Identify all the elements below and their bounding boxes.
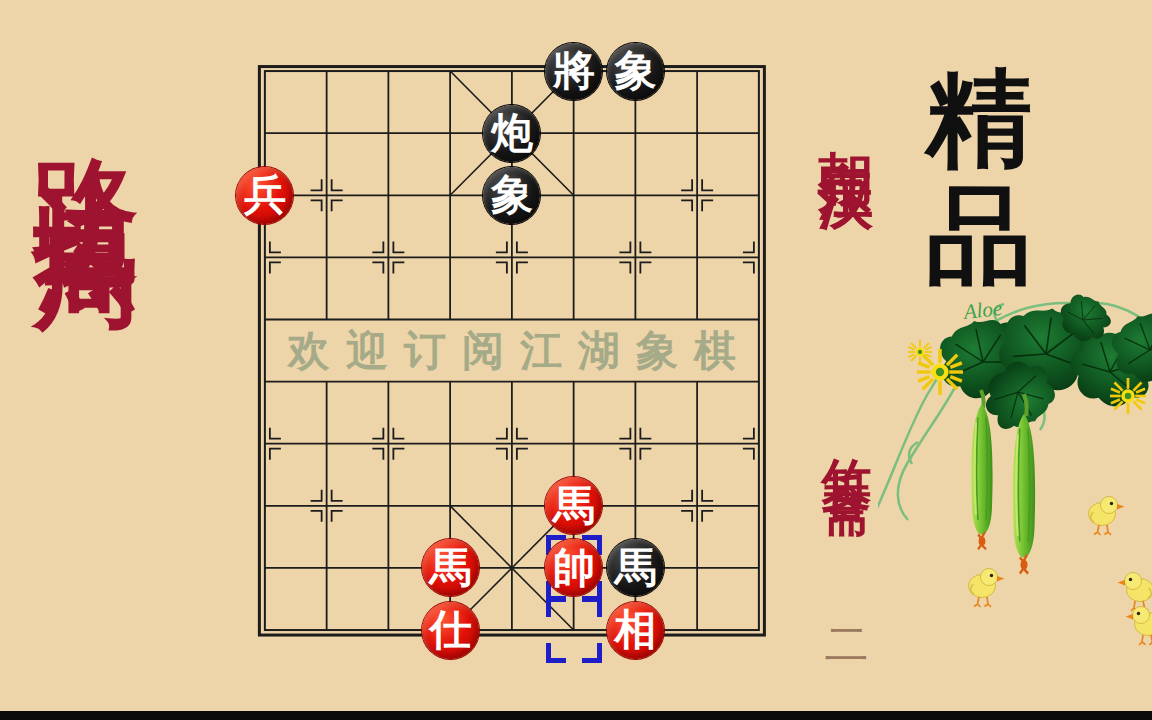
premium-label: 精品 [926, 60, 1152, 293]
piece-black-general[interactable]: 將 [545, 43, 602, 100]
puzzle-name-label: 朝宗江汉 [818, 106, 873, 142]
chick-icon [1118, 573, 1152, 612]
piece-black-horse[interactable]: 馬 [607, 539, 664, 596]
xiangqi-board[interactable]: 欢迎订阅江湖象棋 將象炮象兵馬馬帥馬仕相 [234, 40, 790, 661]
chick-icon [1126, 607, 1152, 646]
piece-red-horse-left[interactable]: 馬 [422, 539, 479, 596]
vine-label: Aloe [960, 296, 1003, 324]
piece-black-cannon[interactable]: 炮 [483, 105, 540, 162]
chick-icon [969, 569, 1005, 608]
piece-red-general[interactable]: 帥 [545, 539, 602, 596]
move-highlight-box [546, 597, 602, 663]
piece-red-horse-upper[interactable]: 馬 [545, 477, 602, 534]
piece-red-pawn[interactable]: 兵 [236, 167, 293, 224]
volume-label: 二 [824, 598, 868, 602]
piece-red-elephant[interactable]: 相 [607, 602, 664, 659]
video-frame: 路边热局 精品 朝宗江汉 竹香斋 二 欢迎订阅江湖象棋 將象炮象兵馬馬帥馬仕相 [0, 0, 1152, 720]
gourd-icon [971, 404, 992, 549]
piece-black-elephant-right[interactable]: 象 [607, 43, 664, 100]
chick-icon [1089, 497, 1125, 536]
piece-red-advisor[interactable]: 仕 [422, 602, 479, 659]
bottom-letterbox-bar [0, 711, 1152, 720]
book-name-label: 竹香斋 [822, 418, 872, 457]
flower-icon [1110, 378, 1146, 414]
page-title: 路边热局 [32, 72, 138, 176]
board-grid[interactable]: 將象炮象兵馬馬帥馬仕相 [234, 40, 790, 661]
piece-black-elephant-center[interactable]: 象 [483, 167, 540, 224]
plant-clipart: Aloe [878, 292, 1152, 652]
flower-icon [908, 340, 932, 364]
gourd-icon [1013, 414, 1035, 574]
